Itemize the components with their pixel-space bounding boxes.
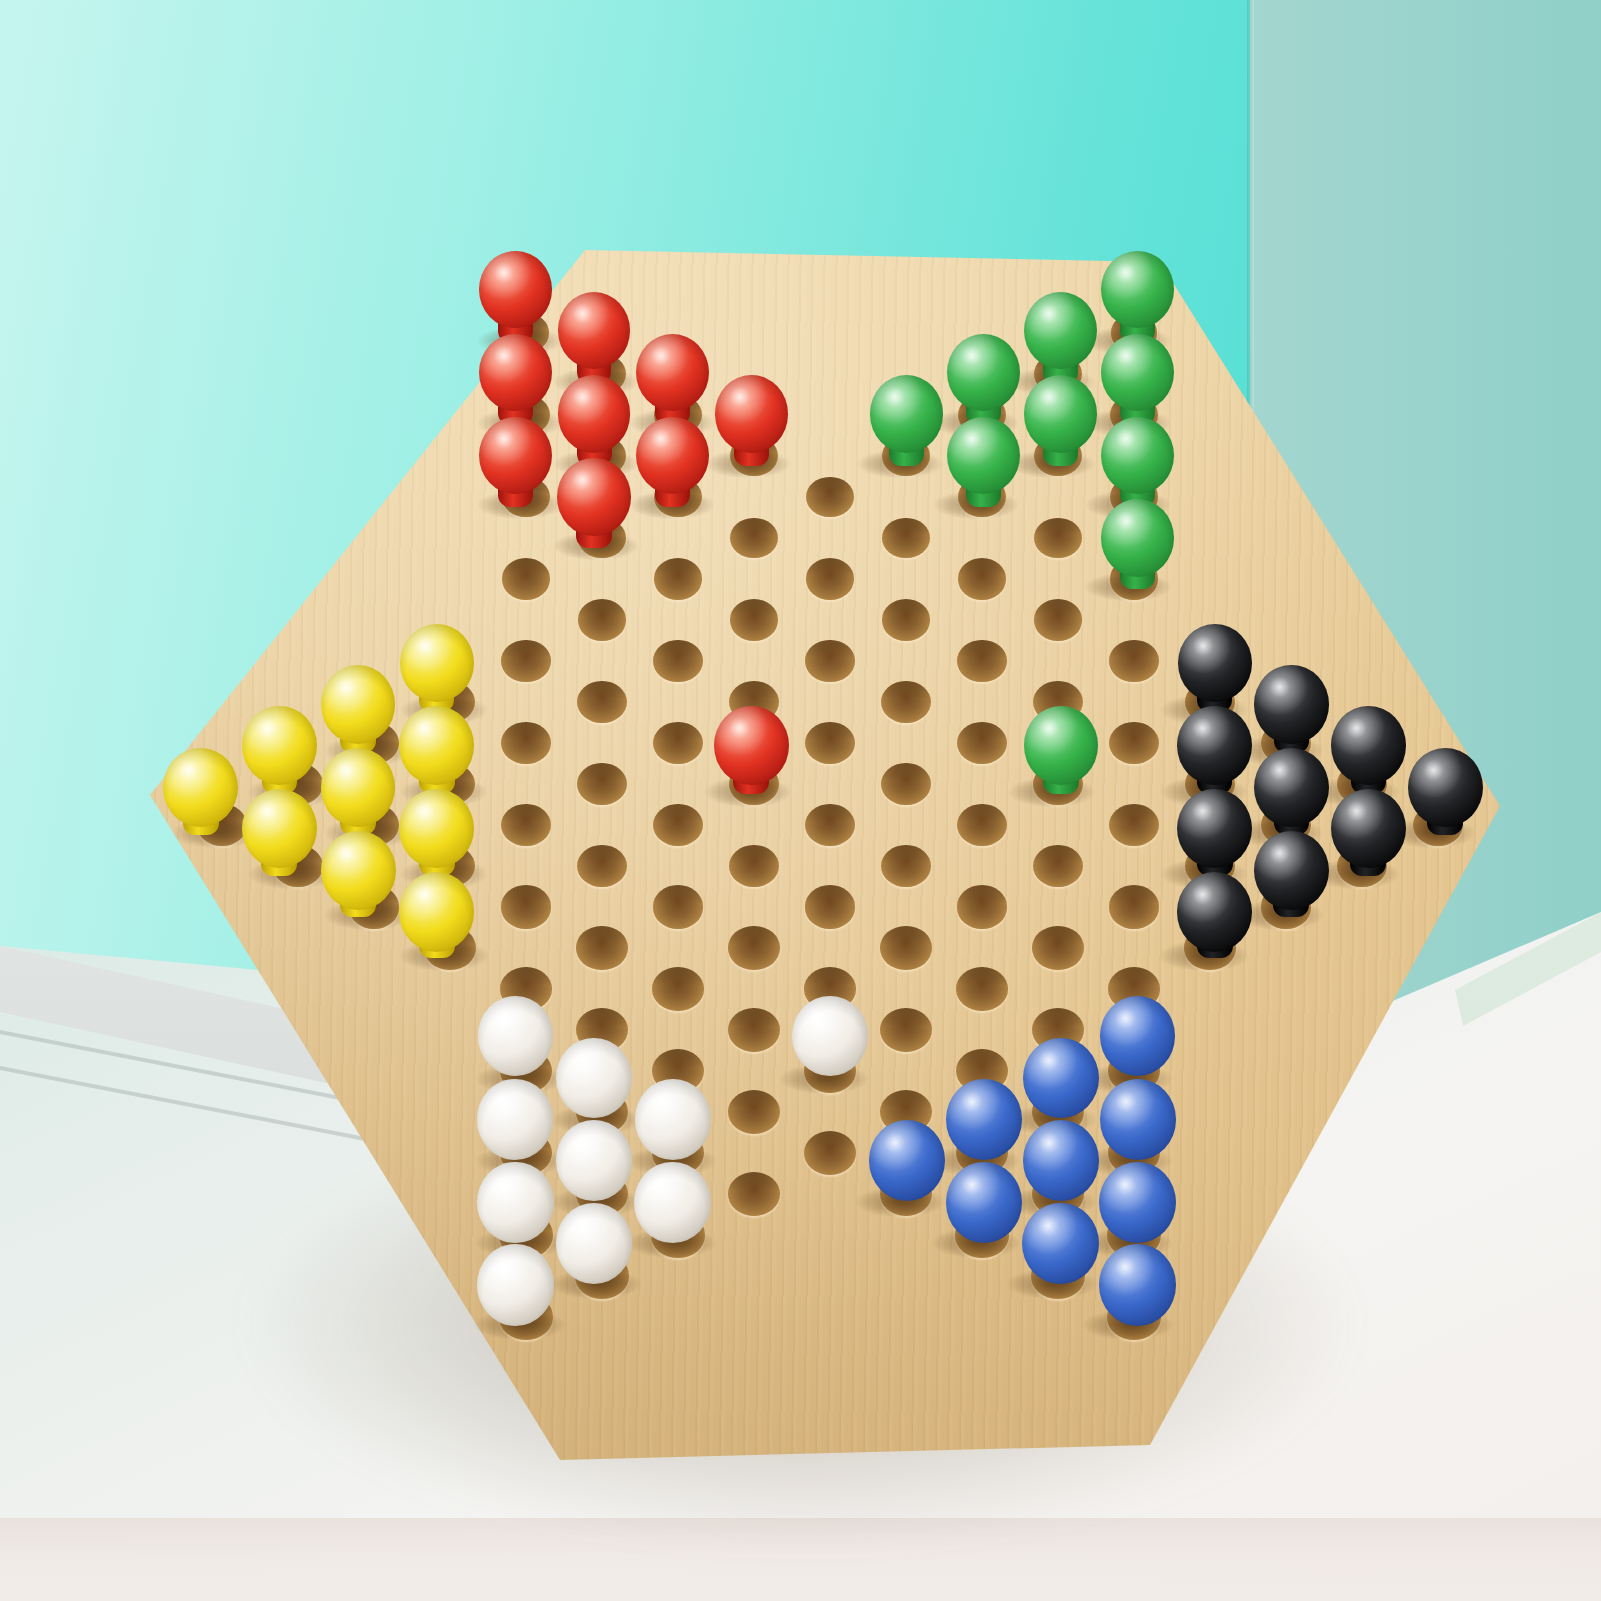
peg-highlight [636, 417, 709, 494]
peg-highlight [479, 251, 551, 328]
peg-yellow[interactable]: ● [242, 706, 316, 785]
peg-red[interactable]: ● [715, 375, 788, 452]
scene: ●●●●●●●●●●●●●●●●●●●●●●●●●●●●●●●●●●●●●●●●… [0, 0, 1601, 1601]
peg-black[interactable]: ● [1254, 665, 1328, 744]
peg-highlight [1100, 1079, 1176, 1160]
peg-highlight [1254, 831, 1329, 910]
peg-blue[interactable]: ● [946, 1162, 1022, 1243]
peg-highlight [1101, 334, 1174, 411]
peg-white[interactable]: ● [556, 1203, 633, 1284]
peg-yellow[interactable]: ● [321, 748, 396, 827]
peg-white[interactable]: ● [556, 1120, 632, 1201]
peg-highlight [1023, 1120, 1099, 1201]
peg-highlight [477, 1162, 553, 1243]
peg-yellow[interactable]: ● [321, 831, 396, 910]
peg-highlight [1024, 375, 1097, 452]
peg-green[interactable]: ● [1101, 499, 1174, 577]
peg-highlight [479, 417, 552, 494]
peg-white[interactable]: ● [477, 1244, 554, 1325]
peg-highlight [399, 789, 474, 868]
peg-highlight [1331, 706, 1405, 785]
peg-white[interactable]: ● [792, 996, 868, 1076]
peg-blue[interactable]: ● [1022, 1203, 1099, 1284]
peg-green[interactable]: ● [1024, 706, 1098, 785]
peg-blue[interactable]: ● [1100, 996, 1176, 1076]
peg-highlight [400, 624, 474, 702]
peg-blue[interactable]: ● [869, 1120, 945, 1201]
peg-highlight [556, 1203, 633, 1284]
peg-red[interactable]: ● [636, 417, 709, 494]
peg-highlight [558, 292, 631, 369]
peg-highlight [714, 706, 788, 785]
peg-highlight [1331, 789, 1406, 868]
peg-highlight [1101, 251, 1173, 328]
peg-white[interactable]: ● [556, 1038, 632, 1118]
peg-white[interactable]: ● [477, 1079, 553, 1160]
peg-highlight [1101, 499, 1174, 577]
peg-white[interactable]: ● [635, 1079, 711, 1160]
peg-highlight [399, 706, 473, 785]
peg-highlight [1178, 624, 1252, 702]
peg-highlight [1254, 665, 1328, 744]
peg-highlight [399, 872, 474, 952]
peg-highlight [242, 706, 316, 785]
peg-white[interactable]: ● [478, 996, 554, 1076]
peg-highlight [1024, 292, 1097, 369]
peg-black[interactable]: ● [1254, 831, 1329, 910]
peg-yellow[interactable]: ● [400, 624, 474, 702]
peg-highlight [636, 334, 709, 411]
peg-red[interactable]: ● [558, 292, 631, 369]
peg-green[interactable]: ● [1024, 375, 1097, 452]
peg-highlight [321, 831, 396, 910]
peg-highlight [1024, 706, 1098, 785]
peg-highlight [1099, 1244, 1176, 1325]
peg-yellow[interactable]: ● [163, 748, 238, 827]
peg-black[interactable]: ● [1331, 789, 1406, 868]
peg-highlight [1177, 872, 1252, 952]
peg-highlight [558, 375, 631, 452]
peg-highlight [242, 789, 317, 868]
peg-highlight [947, 334, 1020, 411]
peg-highlight [1100, 996, 1176, 1076]
peg-highlight [715, 375, 788, 452]
peg-highlight [557, 458, 630, 536]
peg-highlight [321, 748, 396, 827]
peg-highlight [869, 1120, 945, 1201]
peg-blue[interactable]: ● [1100, 1079, 1176, 1160]
peg-highlight [477, 1079, 553, 1160]
peg-highlight [1099, 1162, 1175, 1243]
peg-green[interactable]: ● [1101, 251, 1173, 328]
peg-yellow[interactable]: ● [399, 789, 474, 868]
peg-green[interactable]: ● [870, 375, 943, 452]
peg-highlight [1177, 789, 1252, 868]
peg-highlight [946, 1079, 1022, 1160]
peg-black[interactable]: ● [1177, 706, 1251, 785]
peg-highlight [163, 748, 238, 827]
peg-blue[interactable]: ● [1023, 1120, 1099, 1201]
peg-red[interactable]: ● [479, 251, 551, 328]
peg-highlight [1177, 706, 1251, 785]
peg-blue[interactable]: ● [1023, 1038, 1099, 1118]
peg-yellow[interactable]: ● [321, 665, 395, 744]
peg-highlight [946, 1162, 1022, 1243]
peg-black[interactable]: ● [1177, 789, 1252, 868]
pieces-layer: ●●●●●●●●●●●●●●●●●●●●●●●●●●●●●●●●●●●●●●●●… [0, 0, 1601, 1601]
peg-black[interactable]: ● [1331, 706, 1405, 785]
peg-blue[interactable]: ● [1099, 1244, 1176, 1325]
peg-highlight [478, 996, 554, 1076]
peg-red[interactable]: ● [557, 458, 630, 536]
peg-white[interactable]: ● [477, 1162, 553, 1243]
peg-black[interactable]: ● [1408, 748, 1483, 827]
peg-highlight [947, 417, 1020, 494]
peg-highlight [1101, 417, 1174, 494]
peg-highlight [479, 334, 552, 411]
peg-blue[interactable]: ● [1099, 1162, 1175, 1243]
peg-yellow[interactable]: ● [399, 872, 474, 952]
peg-highlight [1254, 748, 1329, 827]
peg-red[interactable]: ● [479, 417, 552, 494]
peg-highlight [792, 996, 868, 1076]
peg-blue[interactable]: ● [946, 1079, 1022, 1160]
peg-yellow[interactable]: ● [399, 706, 473, 785]
peg-highlight [870, 375, 943, 452]
peg-black[interactable]: ● [1178, 624, 1252, 702]
peg-highlight [556, 1038, 632, 1118]
peg-red[interactable]: ● [714, 706, 788, 785]
peg-highlight [1408, 748, 1483, 827]
peg-green[interactable]: ● [947, 334, 1020, 411]
peg-red[interactable]: ● [558, 375, 631, 452]
peg-highlight [1023, 1038, 1099, 1118]
peg-highlight [1022, 1203, 1099, 1284]
peg-red[interactable]: ● [636, 334, 709, 411]
peg-green[interactable]: ● [1101, 334, 1174, 411]
peg-red[interactable]: ● [479, 334, 552, 411]
peg-black[interactable]: ● [1177, 872, 1252, 952]
peg-yellow[interactable]: ● [242, 789, 317, 868]
peg-highlight [477, 1244, 554, 1325]
peg-green[interactable]: ● [947, 417, 1020, 494]
peg-highlight [321, 665, 395, 744]
peg-green[interactable]: ● [1024, 292, 1097, 369]
peg-highlight [635, 1079, 711, 1160]
peg-green[interactable]: ● [1101, 417, 1174, 494]
peg-highlight [556, 1120, 632, 1201]
peg-highlight [634, 1162, 710, 1243]
peg-black[interactable]: ● [1254, 748, 1329, 827]
peg-white[interactable]: ● [634, 1162, 710, 1243]
